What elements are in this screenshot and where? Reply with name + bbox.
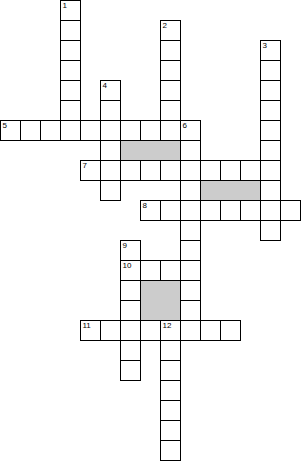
cell[interactable] [120,120,141,141]
cell[interactable] [260,160,281,181]
cell[interactable] [60,100,81,121]
cell[interactable] [200,160,221,181]
cell[interactable] [100,160,121,181]
shaded-block [120,140,181,161]
cell[interactable] [260,220,281,241]
cell[interactable] [220,160,241,181]
cell[interactable] [100,320,121,341]
cell[interactable] [100,80,121,101]
cell[interactable] [0,120,21,141]
cell[interactable] [180,140,201,161]
cell[interactable] [160,380,181,401]
cell[interactable] [100,120,121,141]
cell[interactable] [40,120,61,141]
cell[interactable] [160,340,181,361]
cell[interactable] [160,400,181,421]
cell[interactable] [160,100,181,121]
cell[interactable] [100,140,121,161]
cell[interactable] [60,80,81,101]
cell[interactable] [120,360,141,381]
cell[interactable] [120,160,141,181]
cell[interactable] [140,120,161,141]
cell[interactable] [120,280,141,301]
cell[interactable] [160,440,181,461]
cell[interactable] [60,0,81,21]
cell[interactable] [160,420,181,441]
cell[interactable] [260,40,281,61]
cell[interactable] [260,60,281,81]
cell[interactable] [60,60,81,81]
cell[interactable] [160,320,181,341]
cell[interactable] [80,320,101,341]
cell[interactable] [220,320,241,341]
cell[interactable] [20,120,41,141]
cell[interactable] [280,200,301,221]
shaded-block [140,280,181,321]
cell[interactable] [180,220,201,241]
cell[interactable] [180,320,201,341]
cell[interactable] [180,120,201,141]
cell[interactable] [120,240,141,261]
cell[interactable] [200,200,221,221]
cell[interactable] [260,180,281,201]
cell[interactable] [160,360,181,381]
cell[interactable] [160,80,181,101]
cell[interactable] [260,140,281,161]
cell[interactable] [160,20,181,41]
cell[interactable] [100,100,121,121]
cell[interactable] [80,120,101,141]
cell[interactable] [60,120,81,141]
cell[interactable] [180,260,201,281]
cell[interactable] [160,200,181,221]
cell[interactable] [160,60,181,81]
cell[interactable] [120,260,141,281]
cell[interactable] [140,260,161,281]
shaded-block [200,180,261,201]
cell[interactable] [240,200,261,221]
cell[interactable] [120,320,141,341]
cell[interactable] [180,160,201,181]
cell[interactable] [180,180,201,201]
cell[interactable] [260,200,281,221]
cell[interactable] [120,340,141,361]
cell[interactable] [180,280,201,301]
cell[interactable] [180,200,201,221]
cell[interactable] [140,160,161,181]
cell[interactable] [100,180,121,201]
cell[interactable] [240,160,261,181]
cell[interactable] [160,40,181,61]
cell[interactable] [80,160,101,181]
cell[interactable] [160,120,181,141]
cell[interactable] [160,260,181,281]
cell[interactable] [220,200,241,221]
cell[interactable] [260,80,281,101]
cell[interactable] [260,120,281,141]
cell[interactable] [200,320,221,341]
cell[interactable] [140,320,161,341]
cell[interactable] [60,20,81,41]
cell[interactable] [140,200,161,221]
cell[interactable] [260,100,281,121]
cell[interactable] [120,300,141,321]
cell[interactable] [180,300,201,321]
cell[interactable] [180,240,201,261]
cell[interactable] [160,160,181,181]
crossword-board: 123456789101112 [0,0,301,461]
cell[interactable] [60,40,81,61]
